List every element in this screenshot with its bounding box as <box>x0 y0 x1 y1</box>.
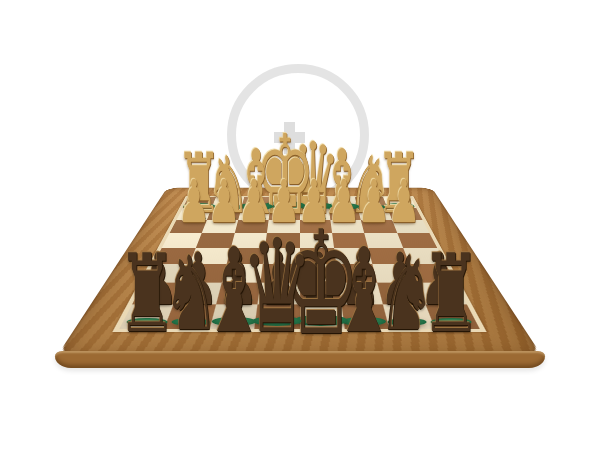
rook-glyph: ♜ <box>117 239 177 347</box>
chess-product-photo: ♜♞♝♛♚♝♞♜♟♟♟♟♟♟♟♟♟♟♟♟♟♟♟♟♜♞♝♚♛♝♞♜ <box>0 0 600 450</box>
